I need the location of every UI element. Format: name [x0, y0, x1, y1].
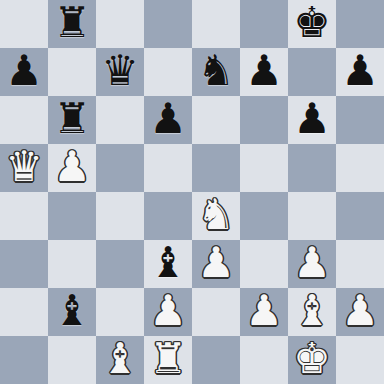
- square-h7[interactable]: ♟: [336, 48, 384, 96]
- square-e2[interactable]: [192, 288, 240, 336]
- square-d3[interactable]: ♝: [144, 240, 192, 288]
- square-e8[interactable]: [192, 0, 240, 48]
- square-g8[interactable]: ♚: [288, 0, 336, 48]
- piece-black-bishop[interactable]: ♝: [53, 287, 91, 335]
- square-h2[interactable]: ♟: [336, 288, 384, 336]
- square-a8[interactable]: [0, 0, 48, 48]
- square-c7[interactable]: ♛: [96, 48, 144, 96]
- square-g5[interactable]: [288, 144, 336, 192]
- square-g6[interactable]: ♟: [288, 96, 336, 144]
- piece-black-pawn[interactable]: ♟: [341, 47, 379, 95]
- square-b2[interactable]: ♝: [48, 288, 96, 336]
- piece-white-pawn[interactable]: ♟: [53, 143, 91, 191]
- piece-white-pawn[interactable]: ♟: [245, 287, 283, 335]
- piece-white-pawn[interactable]: ♟: [341, 287, 379, 335]
- piece-black-pawn[interactable]: ♟: [5, 47, 43, 95]
- square-d4[interactable]: [144, 192, 192, 240]
- square-f2[interactable]: ♟: [240, 288, 288, 336]
- square-g3[interactable]: ♟: [288, 240, 336, 288]
- square-f5[interactable]: [240, 144, 288, 192]
- square-c5[interactable]: [96, 144, 144, 192]
- piece-black-knight[interactable]: ♞: [197, 47, 235, 95]
- square-f3[interactable]: [240, 240, 288, 288]
- square-b1[interactable]: [48, 336, 96, 384]
- square-e4[interactable]: ♞: [192, 192, 240, 240]
- square-c2[interactable]: [96, 288, 144, 336]
- piece-white-pawn[interactable]: ♟: [293, 239, 331, 287]
- square-e3[interactable]: ♟: [192, 240, 240, 288]
- piece-black-bishop[interactable]: ♝: [149, 239, 187, 287]
- square-g7[interactable]: [288, 48, 336, 96]
- square-h8[interactable]: [336, 0, 384, 48]
- piece-black-rook[interactable]: ♜: [53, 0, 91, 47]
- square-b4[interactable]: [48, 192, 96, 240]
- square-b3[interactable]: [48, 240, 96, 288]
- square-d8[interactable]: [144, 0, 192, 48]
- square-a4[interactable]: [0, 192, 48, 240]
- square-f1[interactable]: [240, 336, 288, 384]
- square-d2[interactable]: ♟: [144, 288, 192, 336]
- square-h1[interactable]: [336, 336, 384, 384]
- square-a6[interactable]: [0, 96, 48, 144]
- square-h5[interactable]: [336, 144, 384, 192]
- piece-white-pawn[interactable]: ♟: [149, 287, 187, 335]
- square-c4[interactable]: [96, 192, 144, 240]
- piece-white-bishop[interactable]: ♝: [101, 335, 139, 383]
- piece-black-king[interactable]: ♚: [293, 0, 331, 47]
- piece-black-pawn[interactable]: ♟: [245, 47, 283, 95]
- square-b8[interactable]: ♜: [48, 0, 96, 48]
- square-a7[interactable]: ♟: [0, 48, 48, 96]
- piece-white-knight[interactable]: ♞: [197, 191, 235, 239]
- square-b5[interactable]: ♟: [48, 144, 96, 192]
- square-e6[interactable]: [192, 96, 240, 144]
- square-a5[interactable]: ♛: [0, 144, 48, 192]
- square-c3[interactable]: [96, 240, 144, 288]
- square-c8[interactable]: [96, 0, 144, 48]
- square-f6[interactable]: [240, 96, 288, 144]
- square-f4[interactable]: [240, 192, 288, 240]
- piece-white-rook[interactable]: ♜: [149, 335, 187, 383]
- square-g4[interactable]: [288, 192, 336, 240]
- square-e7[interactable]: ♞: [192, 48, 240, 96]
- piece-white-bishop[interactable]: ♝: [293, 287, 331, 335]
- square-h4[interactable]: [336, 192, 384, 240]
- square-h3[interactable]: [336, 240, 384, 288]
- square-h6[interactable]: [336, 96, 384, 144]
- square-g1[interactable]: ♚: [288, 336, 336, 384]
- square-c1[interactable]: ♝: [96, 336, 144, 384]
- square-a3[interactable]: [0, 240, 48, 288]
- piece-white-pawn[interactable]: ♟: [197, 239, 235, 287]
- square-b7[interactable]: [48, 48, 96, 96]
- square-a2[interactable]: [0, 288, 48, 336]
- square-c6[interactable]: [96, 96, 144, 144]
- piece-black-pawn[interactable]: ♟: [149, 95, 187, 143]
- square-f8[interactable]: [240, 0, 288, 48]
- piece-white-queen[interactable]: ♛: [5, 143, 43, 191]
- square-f7[interactable]: ♟: [240, 48, 288, 96]
- square-g2[interactable]: ♝: [288, 288, 336, 336]
- square-d7[interactable]: [144, 48, 192, 96]
- piece-black-rook[interactable]: ♜: [53, 95, 91, 143]
- square-a1[interactable]: [0, 336, 48, 384]
- square-d1[interactable]: ♜: [144, 336, 192, 384]
- piece-white-king[interactable]: ♚: [293, 335, 331, 383]
- square-e5[interactable]: [192, 144, 240, 192]
- chess-board: ♜♚♟♛♞♟♟♜♟♟♛♟♞♝♟♟♝♟♟♝♟♝♜♚: [0, 0, 384, 384]
- piece-black-queen[interactable]: ♛: [101, 47, 139, 95]
- piece-black-pawn[interactable]: ♟: [293, 95, 331, 143]
- square-e1[interactable]: [192, 336, 240, 384]
- square-d6[interactable]: ♟: [144, 96, 192, 144]
- square-d5[interactable]: [144, 144, 192, 192]
- square-b6[interactable]: ♜: [48, 96, 96, 144]
